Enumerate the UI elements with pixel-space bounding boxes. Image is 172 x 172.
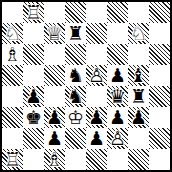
square-a5[interactable] <box>2 65 23 86</box>
square-b4[interactable]: ♟♟ <box>23 86 44 107</box>
square-g2[interactable] <box>128 128 149 149</box>
black-pawn-icon: ♟♟ <box>107 107 128 128</box>
piece-outline: ♗ <box>44 149 65 170</box>
piece-outline: ♟ <box>128 107 149 128</box>
black-knight-icon: ♞♞ <box>65 65 86 86</box>
square-b7[interactable] <box>23 23 44 44</box>
black-knight-icon: ♞♞ <box>65 86 86 107</box>
square-a1[interactable]: ♜♖ <box>2 149 23 170</box>
square-c7[interactable]: ♛♕ <box>44 23 65 44</box>
square-g5[interactable]: ♝♝ <box>128 65 149 86</box>
square-a3[interactable] <box>2 107 23 128</box>
square-b2[interactable] <box>23 128 44 149</box>
white-pawn-icon: ♟♙ <box>107 128 128 149</box>
square-f1[interactable] <box>107 149 128 170</box>
white-pawn-icon: ♟♙ <box>86 65 107 86</box>
square-b8[interactable]: ♜♖ <box>23 2 44 23</box>
square-g4[interactable]: ♜♜ <box>128 86 149 107</box>
square-a4[interactable] <box>2 86 23 107</box>
piece-outline: ♔ <box>65 107 86 128</box>
chess-board: ♜♖♞♘♛♕♜♜♞♘♝♗♞♞♟♙♟♟♝♝♟♟♞♞♛♛♜♜♚♚♟♟♚♔♟♟♟♟♟♟… <box>2 2 170 170</box>
square-h2[interactable] <box>149 128 170 149</box>
square-d8[interactable] <box>65 2 86 23</box>
square-g7[interactable]: ♞♘ <box>128 23 149 44</box>
piece-outline: ♙ <box>107 128 128 149</box>
square-c5[interactable] <box>44 65 65 86</box>
square-e6[interactable] <box>86 44 107 65</box>
piece-outline: ♟ <box>107 65 128 86</box>
black-rook-icon: ♜♜ <box>65 23 86 44</box>
piece-outline: ♟ <box>86 107 107 128</box>
square-b3[interactable]: ♚♚ <box>23 107 44 128</box>
black-queen-icon: ♛♛ <box>107 86 128 107</box>
piece-outline: ♘ <box>128 23 149 44</box>
square-h7[interactable] <box>149 23 170 44</box>
black-pawn-icon: ♟♟ <box>86 107 107 128</box>
square-h6[interactable] <box>149 44 170 65</box>
white-bishop-icon: ♝♗ <box>44 149 65 170</box>
square-h3[interactable] <box>149 107 170 128</box>
square-a8[interactable] <box>2 2 23 23</box>
square-d7[interactable]: ♜♜ <box>65 23 86 44</box>
square-c3[interactable]: ♟♟ <box>44 107 65 128</box>
black-rook-icon: ♜♜ <box>128 86 149 107</box>
square-e8[interactable] <box>86 2 107 23</box>
square-f6[interactable] <box>107 44 128 65</box>
piece-outline: ♞ <box>65 65 86 86</box>
piece-outline: ♟ <box>86 128 107 149</box>
square-e7[interactable] <box>86 23 107 44</box>
piece-outline: ♟ <box>44 107 65 128</box>
white-knight-icon: ♞♘ <box>128 23 149 44</box>
piece-outline: ♜ <box>128 86 149 107</box>
square-f5[interactable]: ♟♟ <box>107 65 128 86</box>
white-knight-icon: ♞♘ <box>2 23 23 44</box>
square-e3[interactable]: ♟♟ <box>86 107 107 128</box>
square-g3[interactable]: ♟♟ <box>128 107 149 128</box>
square-b6[interactable] <box>23 44 44 65</box>
piece-outline: ♜ <box>65 23 86 44</box>
black-pawn-icon: ♟♟ <box>107 65 128 86</box>
piece-outline: ♙ <box>86 65 107 86</box>
square-d3[interactable]: ♚♔ <box>65 107 86 128</box>
piece-outline: ♚ <box>23 107 44 128</box>
square-e4[interactable] <box>86 86 107 107</box>
square-a2[interactable] <box>2 128 23 149</box>
piece-outline: ♗ <box>2 44 23 65</box>
black-pawn-icon: ♟♟ <box>86 128 107 149</box>
piece-outline: ♟ <box>23 86 44 107</box>
square-d4[interactable]: ♞♞ <box>65 86 86 107</box>
piece-outline: ♕ <box>44 23 65 44</box>
piece-outline: ♟ <box>44 128 65 149</box>
square-f3[interactable]: ♟♟ <box>107 107 128 128</box>
piece-outline: ♘ <box>2 23 23 44</box>
white-rook-icon: ♜♖ <box>2 149 23 170</box>
piece-outline: ♞ <box>65 86 86 107</box>
square-e2[interactable]: ♟♟ <box>86 128 107 149</box>
square-f4[interactable]: ♛♛ <box>107 86 128 107</box>
white-queen-icon: ♛♕ <box>44 23 65 44</box>
square-c4[interactable] <box>44 86 65 107</box>
black-pawn-icon: ♟♟ <box>128 107 149 128</box>
square-b5[interactable] <box>23 65 44 86</box>
piece-outline: ♛ <box>107 86 128 107</box>
square-f2[interactable]: ♟♙ <box>107 128 128 149</box>
square-d2[interactable] <box>65 128 86 149</box>
piece-outline: ♖ <box>23 2 44 23</box>
square-h4[interactable] <box>149 86 170 107</box>
white-king-icon: ♚♔ <box>65 107 86 128</box>
white-rook-icon: ♜♖ <box>23 2 44 23</box>
black-bishop-icon: ♝♝ <box>128 65 149 86</box>
square-e1[interactable] <box>86 149 107 170</box>
white-bishop-icon: ♝♗ <box>2 44 23 65</box>
square-h5[interactable] <box>149 65 170 86</box>
square-d1[interactable] <box>65 149 86 170</box>
square-e5[interactable]: ♟♙ <box>86 65 107 86</box>
square-h8[interactable] <box>149 2 170 23</box>
square-a7[interactable]: ♞♘ <box>2 23 23 44</box>
square-a6[interactable]: ♝♗ <box>2 44 23 65</box>
black-pawn-icon: ♟♟ <box>44 128 65 149</box>
square-c1[interactable]: ♝♗ <box>44 149 65 170</box>
chess-board-frame: ♜♖♞♘♛♕♜♜♞♘♝♗♞♞♟♙♟♟♝♝♟♟♞♞♛♛♜♜♚♚♟♟♚♔♟♟♟♟♟♟… <box>0 0 172 172</box>
piece-outline: ♖ <box>2 149 23 170</box>
square-c8[interactable] <box>44 2 65 23</box>
piece-outline: ♝ <box>128 65 149 86</box>
black-pawn-icon: ♟♟ <box>44 107 65 128</box>
black-pawn-icon: ♟♟ <box>23 86 44 107</box>
square-d5[interactable]: ♞♞ <box>65 65 86 86</box>
square-c2[interactable]: ♟♟ <box>44 128 65 149</box>
square-d6[interactable] <box>65 44 86 65</box>
square-f8[interactable] <box>107 2 128 23</box>
square-g6[interactable] <box>128 44 149 65</box>
piece-outline: ♟ <box>107 107 128 128</box>
square-f7[interactable] <box>107 23 128 44</box>
square-g8[interactable] <box>128 2 149 23</box>
black-king-icon: ♚♚ <box>23 107 44 128</box>
square-b1[interactable] <box>23 149 44 170</box>
square-h1[interactable] <box>149 149 170 170</box>
square-c6[interactable] <box>44 44 65 65</box>
square-g1[interactable] <box>128 149 149 170</box>
